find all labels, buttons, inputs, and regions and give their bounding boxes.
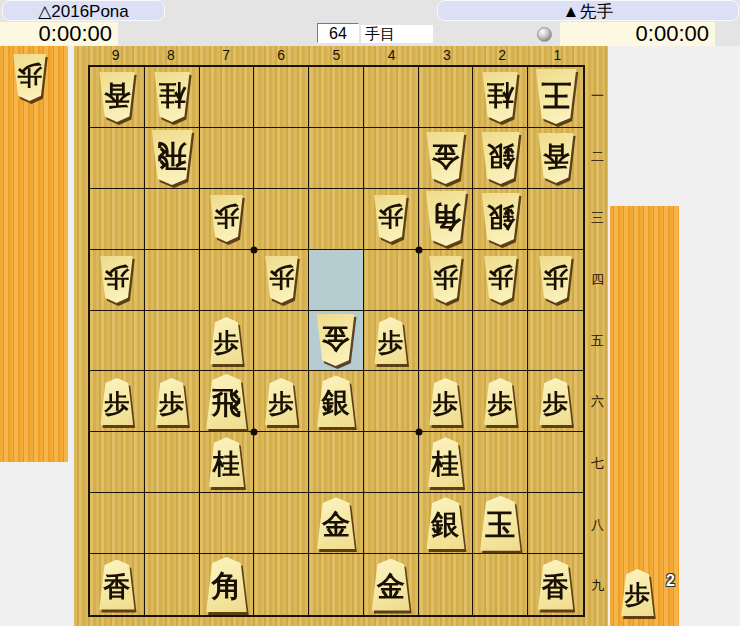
- board-cell-3四[interactable]: 歩: [419, 250, 474, 311]
- shogi-piece[interactable]: 歩: [98, 256, 135, 303]
- shogi-piece[interactable]: 玉: [477, 496, 523, 551]
- board-cell-1四[interactable]: 歩: [528, 250, 583, 311]
- hoshi-dot: [251, 246, 258, 253]
- shogi-piece[interactable]: 歩: [537, 378, 574, 425]
- file-label: 9: [88, 46, 143, 65]
- board-cell-7五[interactable]: 歩: [200, 311, 255, 372]
- rank-label: 五: [587, 310, 608, 371]
- board-cell-7九[interactable]: 角: [200, 554, 255, 615]
- hoshi-dot: [415, 246, 422, 253]
- shogi-piece[interactable]: 銀: [314, 375, 357, 427]
- gote-clock: 0:00:00: [0, 22, 118, 46]
- shogi-piece[interactable]: 歩: [537, 256, 574, 303]
- file-label: 5: [309, 46, 364, 65]
- board-cell-2一[interactable]: 桂: [473, 67, 528, 128]
- file-coordinates: 987654321: [88, 46, 585, 65]
- board-cell-6八[interactable]: [254, 493, 309, 554]
- board-cell-7八[interactable]: [200, 493, 255, 554]
- board-cell-3一[interactable]: [419, 67, 474, 128]
- board-cell-7一[interactable]: [200, 67, 255, 128]
- board-cell-2八[interactable]: 玉: [473, 493, 528, 554]
- board-cell-1七[interactable]: [528, 432, 583, 493]
- board-cell-3八[interactable]: 銀: [419, 493, 474, 554]
- board-cell-1八[interactable]: [528, 493, 583, 554]
- rank-label: 三: [587, 188, 608, 249]
- rank-label: 一: [587, 65, 608, 126]
- sente-hand-pawn[interactable]: 歩: [619, 569, 656, 616]
- hoshi-dot: [415, 429, 422, 436]
- board-cell-1六[interactable]: 歩: [528, 371, 583, 432]
- sente-hand-pawn-count: 2: [666, 572, 675, 590]
- board-cell-5二[interactable]: [309, 128, 364, 189]
- shogi-piece[interactable]: 銀: [424, 497, 467, 549]
- file-label: 6: [254, 46, 309, 65]
- shogi-piece[interactable]: 銀: [479, 193, 522, 245]
- board-cell-8五[interactable]: [145, 311, 200, 372]
- board-cell-8四[interactable]: [145, 250, 200, 311]
- board-cell-3二[interactable]: 金: [419, 128, 474, 189]
- shogi-piece[interactable]: 歩: [427, 256, 464, 303]
- board-cell-9三[interactable]: [90, 189, 145, 250]
- rank-coordinates: 一二三四五六七八九: [587, 65, 608, 617]
- board-cell-3七[interactable]: 桂: [419, 432, 474, 493]
- shogi-piece[interactable]: 角: [423, 191, 469, 246]
- turn-indicator-orb: [537, 27, 552, 42]
- board-cell-8八[interactable]: [145, 493, 200, 554]
- shogi-piece[interactable]: 金: [369, 559, 412, 611]
- shogi-piece[interactable]: 歩: [372, 317, 409, 364]
- shogi-board-panel: 987654321 香桂桂王飛金銀香歩歩角銀歩歩歩歩歩歩金歩歩歩飛歩銀歩歩歩桂桂…: [74, 46, 608, 626]
- board-cell-8六[interactable]: 歩: [145, 371, 200, 432]
- board-cell-4五[interactable]: 歩: [364, 311, 419, 372]
- board-cell-9七[interactable]: [90, 432, 145, 493]
- rank-label: 八: [587, 494, 608, 555]
- board-cell-1五[interactable]: [528, 311, 583, 372]
- shogi-piece[interactable]: 香: [536, 560, 576, 610]
- shogi-piece[interactable]: 歩: [208, 317, 245, 364]
- file-label: 8: [143, 46, 198, 65]
- shogi-piece[interactable]: 飛: [149, 130, 195, 185]
- sente-captured-tray[interactable]: 歩 2: [610, 206, 679, 626]
- sente-name-plate: ▲先手: [437, 0, 739, 21]
- shogi-piece[interactable]: 金: [424, 132, 467, 184]
- rank-label: 四: [587, 249, 608, 310]
- board-cell-4一[interactable]: [364, 67, 419, 128]
- board-cell-5八[interactable]: 金: [309, 493, 364, 554]
- shogi-piece[interactable]: 角: [203, 557, 249, 612]
- shogi-piece[interactable]: 歩: [372, 195, 409, 242]
- board-cell-2四[interactable]: 歩: [473, 250, 528, 311]
- gote-hand-pawn[interactable]: 歩: [11, 54, 48, 101]
- file-label: 7: [198, 46, 253, 65]
- board-cell-7二[interactable]: [200, 128, 255, 189]
- board-cell-4四[interactable]: [364, 250, 419, 311]
- shogi-piece[interactable]: 桂: [426, 437, 466, 487]
- board-cell-7四[interactable]: [200, 250, 255, 311]
- shogi-piece[interactable]: 香: [97, 72, 137, 122]
- shogi-piece[interactable]: 歩: [263, 256, 300, 303]
- board-cell-6九[interactable]: [254, 554, 309, 615]
- hoshi-dot: [251, 429, 258, 436]
- board-cell-5四[interactable]: [309, 250, 364, 311]
- board-cell-9八[interactable]: [90, 493, 145, 554]
- move-number-label: 手目: [361, 25, 433, 43]
- board-cell-1二[interactable]: 香: [528, 128, 583, 189]
- board-cell-7六[interactable]: 飛: [200, 371, 255, 432]
- board-cell-8二[interactable]: 飛: [145, 128, 200, 189]
- rank-label: 九: [587, 556, 608, 617]
- board-cell-9四[interactable]: 歩: [90, 250, 145, 311]
- shogi-piece[interactable]: 桂: [206, 437, 246, 487]
- board-cell-6一[interactable]: [254, 67, 309, 128]
- shogi-piece[interactable]: 歩: [482, 378, 519, 425]
- shogi-piece[interactable]: 桂: [480, 72, 520, 122]
- board-cell-3九[interactable]: [419, 554, 474, 615]
- rank-label: 六: [587, 372, 608, 433]
- board-cell-5五[interactable]: 金: [309, 311, 364, 372]
- shogi-piece[interactable]: 歩: [98, 378, 135, 425]
- shogi-piece[interactable]: 歩: [208, 195, 245, 242]
- board-cell-9一[interactable]: 香: [90, 67, 145, 128]
- board-cell-8一[interactable]: 桂: [145, 67, 200, 128]
- shogi-piece[interactable]: 金: [314, 497, 357, 549]
- board-cell-4三[interactable]: 歩: [364, 189, 419, 250]
- board-cell-8七[interactable]: [145, 432, 200, 493]
- shogi-piece[interactable]: 香: [536, 133, 576, 183]
- board-cell-9六[interactable]: 歩: [90, 371, 145, 432]
- board-cell-4二[interactable]: [364, 128, 419, 189]
- board-cell-1九[interactable]: 香: [528, 554, 583, 615]
- board-cell-6六[interactable]: 歩: [254, 371, 309, 432]
- rank-label: 七: [587, 433, 608, 494]
- board-cell-6四[interactable]: 歩: [254, 250, 309, 311]
- board-cell-5三[interactable]: [309, 189, 364, 250]
- shogi-piece[interactable]: 歩: [153, 378, 190, 425]
- shogi-piece[interactable]: 歩: [482, 256, 519, 303]
- board-cell-3五[interactable]: [419, 311, 474, 372]
- shogi-piece[interactable]: 桂: [152, 72, 192, 122]
- board-cell-5一[interactable]: [309, 67, 364, 128]
- board-cell-2五[interactable]: [473, 311, 528, 372]
- gote-captured-tray[interactable]: 歩: [0, 46, 68, 462]
- board-cell-2二[interactable]: 銀: [473, 128, 528, 189]
- board-cell-8三[interactable]: [145, 189, 200, 250]
- file-label: 3: [419, 46, 474, 65]
- board-cell-6二[interactable]: [254, 128, 309, 189]
- board-cell-9五[interactable]: [90, 311, 145, 372]
- shogi-piece[interactable]: 香: [97, 560, 137, 610]
- board-cell-5九[interactable]: [309, 554, 364, 615]
- shogi-piece[interactable]: 王: [533, 69, 579, 124]
- board-cell-2三[interactable]: 銀: [473, 189, 528, 250]
- board-cell-6七[interactable]: [254, 432, 309, 493]
- board-cell-3三[interactable]: 角: [419, 189, 474, 250]
- board-grid: 香桂桂王飛金銀香歩歩角銀歩歩歩歩歩歩金歩歩歩飛歩銀歩歩歩桂桂金銀玉香角金香: [88, 65, 585, 617]
- move-number-field[interactable]: 64: [317, 23, 359, 43]
- board-cell-6三[interactable]: [254, 189, 309, 250]
- board-cell-3六[interactable]: 歩: [419, 371, 474, 432]
- board-cell-7三[interactable]: 歩: [200, 189, 255, 250]
- board-cell-4七[interactable]: [364, 432, 419, 493]
- shogi-piece[interactable]: 歩: [263, 378, 300, 425]
- file-label: 4: [364, 46, 419, 65]
- board-cell-9二[interactable]: [90, 128, 145, 189]
- shogi-piece[interactable]: 飛: [203, 374, 249, 429]
- board-cell-4八[interactable]: [364, 493, 419, 554]
- board-cell-1一[interactable]: 王: [528, 67, 583, 128]
- board-cell-2九[interactable]: [473, 554, 528, 615]
- shogi-piece[interactable]: 金: [314, 314, 357, 366]
- shogi-piece[interactable]: 銀: [479, 132, 522, 184]
- sente-clock: 0:00:00: [560, 22, 715, 46]
- board-cell-8九[interactable]: [145, 554, 200, 615]
- shogi-piece[interactable]: 歩: [427, 378, 464, 425]
- gote-name-plate: △2016Pona: [2, 0, 165, 21]
- file-label: 1: [530, 46, 585, 65]
- rank-label: 二: [587, 126, 608, 187]
- file-label: 2: [475, 46, 530, 65]
- board-cell-6五[interactable]: [254, 311, 309, 372]
- board-cell-2六[interactable]: 歩: [473, 371, 528, 432]
- board-cell-5六[interactable]: 銀: [309, 371, 364, 432]
- board-cell-5七[interactable]: [309, 432, 364, 493]
- board-cell-4六[interactable]: [364, 371, 419, 432]
- board-cell-1三[interactable]: [528, 189, 583, 250]
- board-cell-4九[interactable]: 金: [364, 554, 419, 615]
- board-cell-2七[interactable]: [473, 432, 528, 493]
- board-cell-9九[interactable]: 香: [90, 554, 145, 615]
- board-cell-7七[interactable]: 桂: [200, 432, 255, 493]
